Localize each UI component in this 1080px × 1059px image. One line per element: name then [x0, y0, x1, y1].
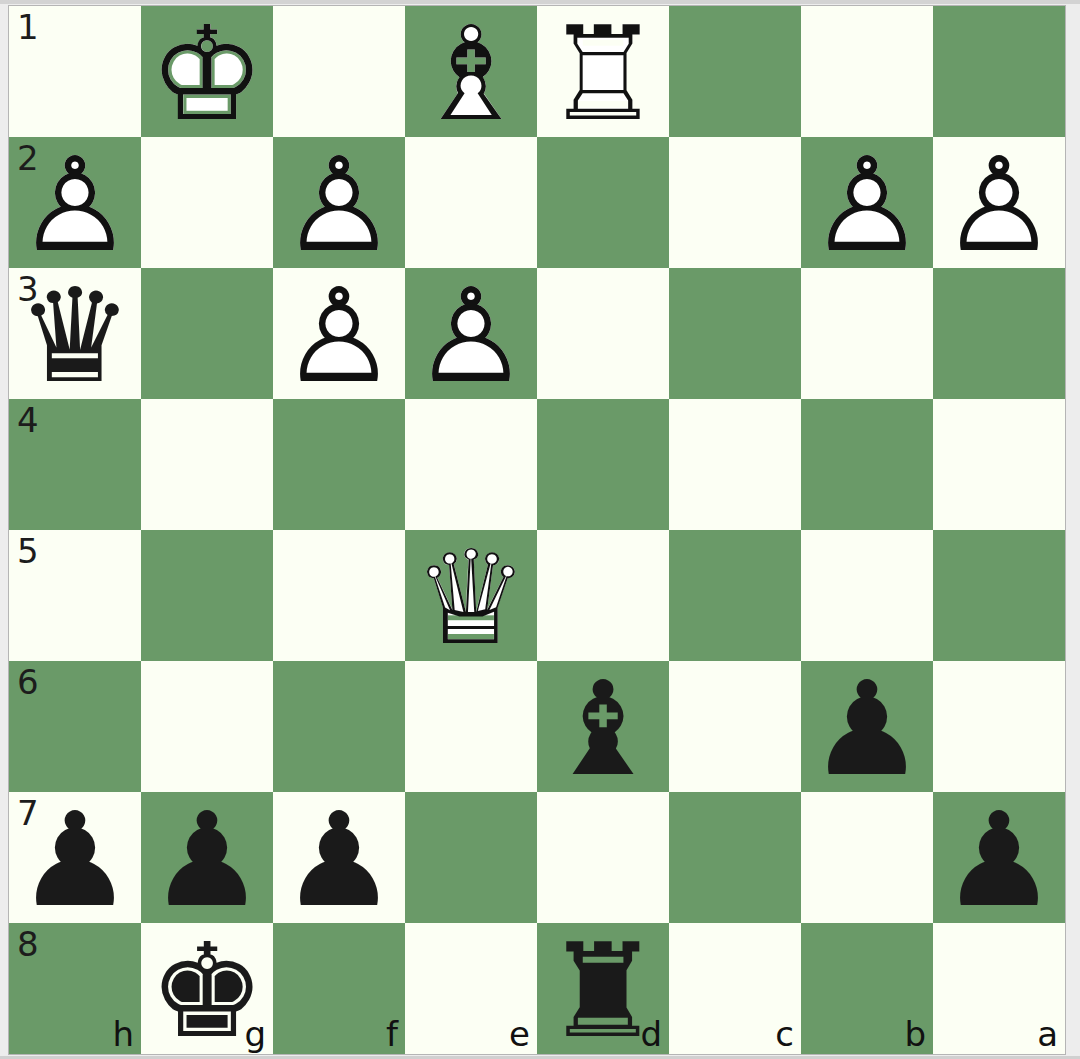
white-pawn-outline: ♙	[273, 268, 405, 399]
piece-white-pawn[interactable]: ♟♙	[273, 268, 405, 399]
black-pawn-body: ♟	[273, 792, 405, 923]
chessboard: 1♚♔♝♗♜♖2♟♙♟♙♟♙♟♙3♛♟♙♟♙45♛♕6♝♟7♟♟♟♟8hg♚fe…	[8, 5, 1066, 1055]
square-f6[interactable]	[273, 661, 405, 792]
square-e6[interactable]	[405, 661, 537, 792]
square-a6[interactable]	[933, 661, 1065, 792]
file-label-a: a	[1037, 1014, 1058, 1054]
square-g6[interactable]	[141, 661, 273, 792]
white-king-outline: ♔	[141, 6, 273, 137]
square-c2[interactable]	[669, 137, 801, 268]
square-h8[interactable]: 8h	[9, 923, 141, 1054]
square-c3[interactable]	[669, 268, 801, 399]
white-pawn-outline: ♙	[933, 137, 1065, 268]
square-d1[interactable]: ♜♖	[537, 6, 669, 137]
square-g3[interactable]	[141, 268, 273, 399]
file-label-c: c	[775, 1014, 794, 1054]
piece-white-pawn[interactable]: ♟♙	[9, 137, 141, 268]
square-g1[interactable]: ♚♔	[141, 6, 273, 137]
square-d4[interactable]	[537, 399, 669, 530]
chess-app-frame: 1♚♔♝♗♜♖2♟♙♟♙♟♙♟♙3♛♟♙♟♙45♛♕6♝♟7♟♟♟♟8hg♚fe…	[0, 0, 1080, 1059]
square-a3[interactable]	[933, 268, 1065, 399]
square-f3[interactable]: ♟♙	[273, 268, 405, 399]
square-e5[interactable]: ♛♕	[405, 530, 537, 661]
black-pawn-body: ♟	[933, 792, 1065, 923]
piece-white-pawn[interactable]: ♟♙	[933, 137, 1065, 268]
square-d3[interactable]	[537, 268, 669, 399]
rank-label-1: 1	[17, 8, 39, 46]
file-label-b: b	[904, 1014, 926, 1054]
square-h5[interactable]: 5	[9, 530, 141, 661]
file-label-e: e	[509, 1014, 530, 1054]
square-g4[interactable]	[141, 399, 273, 530]
square-a8[interactable]: a	[933, 923, 1065, 1054]
rank-label-6: 6	[17, 663, 39, 701]
square-a5[interactable]	[933, 530, 1065, 661]
square-b2[interactable]: ♟♙	[801, 137, 933, 268]
black-rook-body: ♜	[537, 923, 669, 1054]
square-e1[interactable]: ♝♗	[405, 6, 537, 137]
square-e7[interactable]	[405, 792, 537, 923]
rank-label-5: 5	[17, 532, 39, 570]
square-c4[interactable]	[669, 399, 801, 530]
square-a1[interactable]	[933, 6, 1065, 137]
square-d8[interactable]: d♜	[537, 923, 669, 1054]
square-b6[interactable]: ♟	[801, 661, 933, 792]
file-label-f: f	[386, 1014, 398, 1054]
square-c6[interactable]	[669, 661, 801, 792]
square-d6[interactable]: ♝	[537, 661, 669, 792]
white-pawn-outline: ♙	[273, 137, 405, 268]
square-a7[interactable]: ♟	[933, 792, 1065, 923]
square-b1[interactable]	[801, 6, 933, 137]
square-d2[interactable]	[537, 137, 669, 268]
square-h7[interactable]: 7♟	[9, 792, 141, 923]
piece-white-pawn[interactable]: ♟♙	[801, 137, 933, 268]
square-b4[interactable]	[801, 399, 933, 530]
piece-black-pawn[interactable]: ♟	[9, 792, 141, 923]
square-e2[interactable]	[405, 137, 537, 268]
square-d5[interactable]	[537, 530, 669, 661]
square-g8[interactable]: g♚	[141, 923, 273, 1054]
black-pawn-body: ♟	[9, 792, 141, 923]
white-pawn-outline: ♙	[9, 137, 141, 268]
square-a4[interactable]	[933, 399, 1065, 530]
square-h4[interactable]: 4	[9, 399, 141, 530]
square-g2[interactable]	[141, 137, 273, 268]
square-c1[interactable]	[669, 6, 801, 137]
file-label-h: h	[112, 1014, 134, 1054]
square-g7[interactable]: ♟	[141, 792, 273, 923]
piece-white-pawn[interactable]: ♟♙	[273, 137, 405, 268]
piece-black-rook[interactable]: ♜	[537, 923, 669, 1054]
piece-white-queen[interactable]: ♛♕	[405, 530, 537, 661]
white-pawn-outline: ♙	[405, 268, 537, 399]
square-h6[interactable]: 6	[9, 661, 141, 792]
white-bishop-outline: ♗	[405, 6, 537, 137]
rank-label-8: 8	[17, 925, 39, 963]
square-g5[interactable]	[141, 530, 273, 661]
square-f7[interactable]: ♟	[273, 792, 405, 923]
square-e3[interactable]: ♟♙	[405, 268, 537, 399]
white-pawn-outline: ♙	[801, 137, 933, 268]
piece-black-pawn[interactable]: ♟	[141, 792, 273, 923]
piece-white-bishop[interactable]: ♝♗	[405, 6, 537, 137]
square-f1[interactable]	[273, 6, 405, 137]
black-pawn-body: ♟	[141, 792, 273, 923]
piece-black-pawn[interactable]: ♟	[273, 792, 405, 923]
square-d7[interactable]	[537, 792, 669, 923]
black-king-body: ♚	[141, 923, 273, 1054]
white-rook-outline: ♖	[537, 6, 669, 137]
square-f5[interactable]	[273, 530, 405, 661]
square-b3[interactable]	[801, 268, 933, 399]
square-h2[interactable]: 2♟♙	[9, 137, 141, 268]
square-f8[interactable]: f	[273, 923, 405, 1054]
piece-black-pawn[interactable]: ♟	[933, 792, 1065, 923]
square-h1[interactable]: 1	[9, 6, 141, 137]
rank-label-4: 4	[17, 401, 39, 439]
black-bishop-body: ♝	[537, 661, 669, 792]
piece-black-bishop[interactable]: ♝	[537, 661, 669, 792]
square-e8[interactable]: e	[405, 923, 537, 1054]
square-c8[interactable]: c	[669, 923, 801, 1054]
piece-white-pawn[interactable]: ♟♙	[405, 268, 537, 399]
black-queen-body: ♛	[9, 268, 141, 399]
square-f4[interactable]	[273, 399, 405, 530]
square-f2[interactable]: ♟♙	[273, 137, 405, 268]
square-c7[interactable]	[669, 792, 801, 923]
square-h3[interactable]: 3♛	[9, 268, 141, 399]
black-pawn-body: ♟	[801, 661, 933, 792]
piece-black-king[interactable]: ♚	[141, 923, 273, 1054]
piece-white-rook[interactable]: ♜♖	[537, 6, 669, 137]
square-b5[interactable]	[801, 530, 933, 661]
square-e4[interactable]	[405, 399, 537, 530]
square-b7[interactable]	[801, 792, 933, 923]
square-c5[interactable]	[669, 530, 801, 661]
piece-black-pawn[interactable]: ♟	[801, 661, 933, 792]
white-queen-outline: ♕	[405, 530, 537, 661]
square-b8[interactable]: b	[801, 923, 933, 1054]
piece-black-queen[interactable]: ♛	[9, 268, 141, 399]
square-a2[interactable]: ♟♙	[933, 137, 1065, 268]
piece-white-king[interactable]: ♚♔	[141, 6, 273, 137]
